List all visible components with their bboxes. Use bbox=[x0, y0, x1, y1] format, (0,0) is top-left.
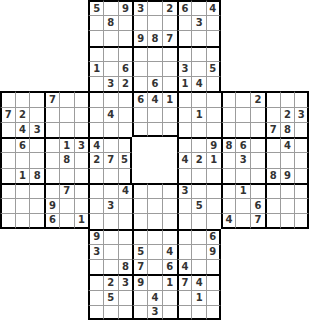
cell-r3-c7[interactable] bbox=[103, 46, 118, 61]
void-area bbox=[59, 30, 74, 45]
cell-r11-c2-given[interactable]: 8 bbox=[29, 168, 44, 183]
cell-r6-c8[interactable] bbox=[118, 91, 133, 106]
cell-r15-c13[interactable] bbox=[191, 229, 206, 244]
cell-r12-c19[interactable] bbox=[280, 183, 295, 198]
cell-r8-c16[interactable] bbox=[235, 122, 250, 137]
cell-r20-c10-given[interactable]: 3 bbox=[147, 305, 162, 320]
cell-r8-c9[interactable] bbox=[132, 122, 147, 137]
cell-r5-c8-given[interactable]: 2 bbox=[118, 76, 133, 91]
cell-r8-c18-given[interactable]: 7 bbox=[265, 122, 280, 137]
cell-r7-c4[interactable] bbox=[59, 107, 74, 122]
cell-r12-c11[interactable] bbox=[162, 183, 177, 198]
cell-r9-c0[interactable] bbox=[0, 137, 15, 152]
cell-r19-c11[interactable] bbox=[162, 290, 177, 305]
cell-r16-c7[interactable] bbox=[103, 244, 118, 259]
cell-r10-c3[interactable] bbox=[44, 152, 59, 167]
cell-r13-c8[interactable] bbox=[118, 198, 133, 213]
cell-r9-c3[interactable] bbox=[44, 137, 59, 152]
cell-r2-c8[interactable] bbox=[118, 30, 133, 45]
cell-r14-c13[interactable] bbox=[191, 213, 206, 228]
cell-r17-c6[interactable] bbox=[88, 259, 103, 274]
cell-r10-c2[interactable] bbox=[29, 152, 44, 167]
cell-r7-c7-given[interactable]: 4 bbox=[103, 107, 118, 122]
cell-r1-c8[interactable] bbox=[118, 15, 133, 30]
cell-r10-c8-given[interactable]: 5 bbox=[118, 152, 133, 167]
cell-r8-c3[interactable] bbox=[44, 122, 59, 137]
cell-r10-c18[interactable] bbox=[265, 152, 280, 167]
cell-r6-c4[interactable] bbox=[59, 91, 74, 106]
cell-r16-c8[interactable] bbox=[118, 244, 133, 259]
cell-r2-c7[interactable] bbox=[103, 30, 118, 45]
cell-r11-c18-given[interactable]: 8 bbox=[265, 168, 280, 183]
cell-r2-c14[interactable] bbox=[206, 30, 221, 45]
cell-r7-c0-given[interactable]: 7 bbox=[0, 107, 15, 122]
cell-r5-c10-given[interactable]: 6 bbox=[147, 76, 162, 91]
cell-r2-c11-given[interactable]: 7 bbox=[162, 30, 177, 45]
void-area bbox=[74, 76, 89, 91]
cell-r8-c19-given[interactable]: 8 bbox=[280, 122, 295, 137]
cell-r13-c5[interactable] bbox=[74, 198, 89, 213]
cell-r8-c6[interactable] bbox=[88, 122, 103, 137]
cell-r13-c19[interactable] bbox=[280, 198, 295, 213]
cell-r14-c0[interactable] bbox=[0, 213, 15, 228]
cell-r0-c14-given[interactable]: 4 bbox=[206, 0, 221, 15]
cell-r5-c13-given[interactable]: 4 bbox=[191, 76, 206, 91]
cell-r13-c18[interactable] bbox=[265, 198, 280, 213]
cell-r10-c16-given[interactable]: 3 bbox=[235, 152, 250, 167]
cell-r9-c5-given[interactable]: 3 bbox=[74, 137, 89, 152]
cell-r0-c8-given[interactable]: 9 bbox=[118, 0, 133, 15]
cell-r10-c1[interactable] bbox=[15, 152, 30, 167]
cell-r12-c6[interactable] bbox=[88, 183, 103, 198]
cell-r2-c13[interactable] bbox=[191, 30, 206, 45]
cell-r1-c11[interactable] bbox=[162, 15, 177, 30]
cell-r7-c2[interactable] bbox=[29, 107, 44, 122]
cell-r6-c16[interactable] bbox=[235, 91, 250, 106]
cell-r20-c9[interactable] bbox=[132, 305, 147, 320]
cell-r18-c14[interactable] bbox=[206, 274, 221, 289]
cell-r10-c4-given[interactable]: 8 bbox=[59, 152, 74, 167]
cell-r0-c10[interactable] bbox=[147, 0, 162, 15]
cell-r1-c6[interactable] bbox=[88, 15, 103, 30]
void-area bbox=[0, 61, 15, 76]
cell-r9-c2[interactable] bbox=[29, 137, 44, 152]
cell-r7-c20-given[interactable]: 3 bbox=[294, 107, 309, 122]
cell-r8-c1-given[interactable]: 4 bbox=[15, 122, 30, 137]
cell-r17-c8-given[interactable]: 8 bbox=[118, 259, 133, 274]
cell-r11-c17[interactable] bbox=[250, 168, 265, 183]
cell-r17-c7[interactable] bbox=[103, 259, 118, 274]
cell-r0-c7[interactable] bbox=[103, 0, 118, 15]
cell-r20-c12[interactable] bbox=[177, 305, 192, 320]
cell-r12-c17[interactable] bbox=[250, 183, 265, 198]
cell-r9-c6-given[interactable]: 4 bbox=[88, 137, 103, 152]
void-area bbox=[221, 76, 236, 91]
cell-r14-c15-given[interactable]: 4 bbox=[221, 213, 236, 228]
cell-r3-c14[interactable] bbox=[206, 46, 221, 61]
cell-r8-c10[interactable] bbox=[147, 122, 162, 137]
cell-r4-c10[interactable] bbox=[147, 61, 162, 76]
cell-r14-c11[interactable] bbox=[162, 213, 177, 228]
cell-r4-c6-given[interactable]: 1 bbox=[88, 61, 103, 76]
cell-r12-c9[interactable] bbox=[132, 183, 147, 198]
cell-r6-c2[interactable] bbox=[29, 91, 44, 106]
cell-r6-c10-given[interactable]: 4 bbox=[147, 91, 162, 106]
cell-r14-c1[interactable] bbox=[15, 213, 30, 228]
cell-r7-c6[interactable] bbox=[88, 107, 103, 122]
cell-r11-c4[interactable] bbox=[59, 168, 74, 183]
cell-r6-c19[interactable] bbox=[280, 91, 295, 106]
cell-r8-c14[interactable] bbox=[206, 122, 221, 137]
cell-r7-c9[interactable] bbox=[132, 107, 147, 122]
cell-r15-c8[interactable] bbox=[118, 229, 133, 244]
cell-r11-c5[interactable] bbox=[74, 168, 89, 183]
cell-r14-c18[interactable] bbox=[265, 213, 280, 228]
cell-r5-c11[interactable] bbox=[162, 76, 177, 91]
cell-r1-c12[interactable] bbox=[177, 15, 192, 30]
cell-r10-c6-given[interactable]: 2 bbox=[88, 152, 103, 167]
cell-r13-c4[interactable] bbox=[59, 198, 74, 213]
cell-r1-c7-given[interactable]: 8 bbox=[103, 15, 118, 30]
cell-r16-c10[interactable] bbox=[147, 244, 162, 259]
cell-r7-c8[interactable] bbox=[118, 107, 133, 122]
cell-r19-c14[interactable] bbox=[206, 290, 221, 305]
cell-r16-c13[interactable] bbox=[191, 244, 206, 259]
cell-r11-c16[interactable] bbox=[235, 168, 250, 183]
cell-r6-c20[interactable] bbox=[294, 91, 309, 106]
cell-r8-c4[interactable] bbox=[59, 122, 74, 137]
cell-r15-c11[interactable] bbox=[162, 229, 177, 244]
cell-r12-c13[interactable] bbox=[191, 183, 206, 198]
cell-r14-c17-given[interactable]: 7 bbox=[250, 213, 265, 228]
cell-r20-c14[interactable] bbox=[206, 305, 221, 320]
cell-r7-c14[interactable] bbox=[206, 107, 221, 122]
cell-r16-c14-given[interactable]: 9 bbox=[206, 244, 221, 259]
cell-r9-c8[interactable] bbox=[118, 137, 133, 152]
cell-r4-c13[interactable] bbox=[191, 61, 206, 76]
cell-r17-c10[interactable] bbox=[147, 259, 162, 274]
cell-r11-c15[interactable] bbox=[221, 168, 236, 183]
cell-r19-c13-given[interactable]: 1 bbox=[191, 290, 206, 305]
cell-r0-c11-given[interactable]: 2 bbox=[162, 0, 177, 15]
cell-r6-c13[interactable] bbox=[191, 91, 206, 106]
cell-r19-c9[interactable] bbox=[132, 290, 147, 305]
cell-r10-c7-given[interactable]: 7 bbox=[103, 152, 118, 167]
cell-r6-c11-given[interactable]: 1 bbox=[162, 91, 177, 106]
cell-r12-c7[interactable] bbox=[103, 183, 118, 198]
cell-r3-c11[interactable] bbox=[162, 46, 177, 61]
cell-r9-c4-given[interactable]: 1 bbox=[59, 137, 74, 152]
cell-r9-c18[interactable] bbox=[265, 137, 280, 152]
cell-r10-c0[interactable] bbox=[0, 152, 15, 167]
cell-r8-c17[interactable] bbox=[250, 122, 265, 137]
void-area bbox=[265, 259, 280, 274]
cell-r0-c12-given[interactable]: 6 bbox=[177, 0, 192, 15]
cell-r11-c7[interactable] bbox=[103, 168, 118, 183]
cell-r12-c5[interactable] bbox=[74, 183, 89, 198]
cell-r9-c17[interactable] bbox=[250, 137, 265, 152]
cell-r19-c8[interactable] bbox=[118, 290, 133, 305]
cell-r9-c1-given[interactable]: 6 bbox=[15, 137, 30, 152]
cell-r15-c6-given[interactable]: 9 bbox=[88, 229, 103, 244]
cell-r15-c14-given[interactable]: 6 bbox=[206, 229, 221, 244]
cell-r5-c14[interactable] bbox=[206, 76, 221, 91]
cell-r12-c14[interactable] bbox=[206, 183, 221, 198]
cell-r4-c7[interactable] bbox=[103, 61, 118, 76]
cell-r17-c9-given[interactable]: 7 bbox=[132, 259, 147, 274]
cell-r9-c12[interactable] bbox=[177, 137, 192, 152]
cell-r13-c11[interactable] bbox=[162, 198, 177, 213]
void-area bbox=[221, 244, 236, 259]
cell-r13-c9[interactable] bbox=[132, 198, 147, 213]
cell-r12-c15[interactable] bbox=[221, 183, 236, 198]
cell-r12-c4-given[interactable]: 7 bbox=[59, 183, 74, 198]
cell-r7-c3[interactable] bbox=[44, 107, 59, 122]
cell-r7-c5[interactable] bbox=[74, 107, 89, 122]
cell-r18-c12-given[interactable]: 7 bbox=[177, 274, 192, 289]
cell-r18-c11-given[interactable]: 1 bbox=[162, 274, 177, 289]
cell-r7-c1-given[interactable]: 2 bbox=[15, 107, 30, 122]
cell-r6-c0[interactable] bbox=[0, 91, 15, 106]
cell-r11-c1-given[interactable]: 1 bbox=[15, 168, 30, 183]
cell-r18-c8-given[interactable]: 3 bbox=[118, 274, 133, 289]
cell-r9-c19-given[interactable]: 4 bbox=[280, 137, 295, 152]
cell-r17-c11-given[interactable]: 6 bbox=[162, 259, 177, 274]
cell-r14-c19[interactable] bbox=[280, 213, 295, 228]
cell-r11-c6[interactable] bbox=[88, 168, 103, 183]
cell-r2-c10-given[interactable]: 8 bbox=[147, 30, 162, 45]
cell-r6-c9-given[interactable]: 6 bbox=[132, 91, 147, 106]
cell-r14-c6[interactable] bbox=[88, 213, 103, 228]
cell-r14-c3-given[interactable]: 6 bbox=[44, 213, 59, 228]
cell-r13-c20[interactable] bbox=[294, 198, 309, 213]
cell-r11-c0[interactable] bbox=[0, 168, 15, 183]
cell-r8-c12[interactable] bbox=[177, 122, 192, 137]
cell-r7-c10[interactable] bbox=[147, 107, 162, 122]
cell-r12-c18[interactable] bbox=[265, 183, 280, 198]
cell-r15-c7[interactable] bbox=[103, 229, 118, 244]
cell-r10-c12-given[interactable]: 4 bbox=[177, 152, 192, 167]
cell-r14-c7[interactable] bbox=[103, 213, 118, 228]
cell-r8-c5[interactable] bbox=[74, 122, 89, 137]
cell-r18-c13-given[interactable]: 4 bbox=[191, 274, 206, 289]
cell-r10-c5[interactable] bbox=[74, 152, 89, 167]
cell-r17-c14[interactable] bbox=[206, 259, 221, 274]
void-area bbox=[294, 290, 309, 305]
cell-r1-c9[interactable] bbox=[132, 15, 147, 30]
cell-r5-c12-given[interactable]: 1 bbox=[177, 76, 192, 91]
cell-r6-c3-given[interactable]: 7 bbox=[44, 91, 59, 106]
cell-r9-c13[interactable] bbox=[191, 137, 206, 152]
cell-r18-c9-given[interactable]: 9 bbox=[132, 274, 147, 289]
cell-r9-c14-given[interactable]: 9 bbox=[206, 137, 221, 152]
cell-r10-c17[interactable] bbox=[250, 152, 265, 167]
cell-r9-c20[interactable] bbox=[294, 137, 309, 152]
cell-r14-c2[interactable] bbox=[29, 213, 44, 228]
cell-r14-c20[interactable] bbox=[294, 213, 309, 228]
cell-r8-c13[interactable] bbox=[191, 122, 206, 137]
void-area bbox=[235, 61, 250, 76]
cell-r8-c0[interactable] bbox=[0, 122, 15, 137]
cell-r20-c6[interactable] bbox=[88, 305, 103, 320]
cell-r13-c14[interactable] bbox=[206, 198, 221, 213]
cell-r13-c2[interactable] bbox=[29, 198, 44, 213]
cell-r7-c13-given[interactable]: 1 bbox=[191, 107, 206, 122]
cell-r4-c11[interactable] bbox=[162, 61, 177, 76]
cell-r1-c14[interactable] bbox=[206, 15, 221, 30]
cell-r13-c12[interactable] bbox=[177, 198, 192, 213]
cell-r14-c4[interactable] bbox=[59, 213, 74, 228]
cell-r12-c20[interactable] bbox=[294, 183, 309, 198]
cell-r3-c10[interactable] bbox=[147, 46, 162, 61]
cell-r15-c10[interactable] bbox=[147, 229, 162, 244]
cell-r14-c12[interactable] bbox=[177, 213, 192, 228]
cell-r4-c8-given[interactable]: 6 bbox=[118, 61, 133, 76]
cell-r17-c13[interactable] bbox=[191, 259, 206, 274]
cell-r10-c13-given[interactable]: 2 bbox=[191, 152, 206, 167]
cell-r12-c8-given[interactable]: 4 bbox=[118, 183, 133, 198]
cell-r13-c7-given[interactable]: 3 bbox=[103, 198, 118, 213]
cell-r12-c3[interactable] bbox=[44, 183, 59, 198]
cell-r9-c16-given[interactable]: 6 bbox=[235, 137, 250, 152]
cell-r11-c13[interactable] bbox=[191, 168, 206, 183]
cell-r7-c19-given[interactable]: 2 bbox=[280, 107, 295, 122]
cell-r7-c16[interactable] bbox=[235, 107, 250, 122]
cell-r8-c15[interactable] bbox=[221, 122, 236, 137]
cell-r12-c10[interactable] bbox=[147, 183, 162, 198]
cell-r13-c3-given[interactable]: 9 bbox=[44, 198, 59, 213]
cell-r13-c16[interactable] bbox=[235, 198, 250, 213]
cell-r3-c8[interactable] bbox=[118, 46, 133, 61]
cell-r8-c20[interactable] bbox=[294, 122, 309, 137]
cell-r9-c7[interactable] bbox=[103, 137, 118, 152]
cell-r17-c12-given[interactable]: 4 bbox=[177, 259, 192, 274]
cell-r6-c18[interactable] bbox=[265, 91, 280, 106]
cell-r11-c12[interactable] bbox=[177, 168, 192, 183]
cell-r18-c10[interactable] bbox=[147, 274, 162, 289]
cell-r16-c12[interactable] bbox=[177, 244, 192, 259]
cell-r20-c7[interactable] bbox=[103, 305, 118, 320]
cell-r4-c14-given[interactable]: 5 bbox=[206, 61, 221, 76]
cell-r13-c10[interactable] bbox=[147, 198, 162, 213]
cell-r11-c20[interactable] bbox=[294, 168, 309, 183]
cell-r0-c9-given[interactable]: 3 bbox=[132, 0, 147, 15]
cell-r12-c12-given[interactable]: 3 bbox=[177, 183, 192, 198]
cell-r8-c7[interactable] bbox=[103, 122, 118, 137]
void-area bbox=[15, 290, 30, 305]
void-area bbox=[0, 30, 15, 45]
cell-r6-c17-given[interactable]: 2 bbox=[250, 91, 265, 106]
cell-r10-c14-given[interactable]: 1 bbox=[206, 152, 221, 167]
cell-r10-c19[interactable] bbox=[280, 152, 295, 167]
cell-r1-c13-given[interactable]: 3 bbox=[191, 15, 206, 30]
cell-r10-c20[interactable] bbox=[294, 152, 309, 167]
cell-r16-c9-given[interactable]: 5 bbox=[132, 244, 147, 259]
cell-r11-c3[interactable] bbox=[44, 168, 59, 183]
cell-r19-c6[interactable] bbox=[88, 290, 103, 305]
cell-r20-c8[interactable] bbox=[118, 305, 133, 320]
cell-r12-c16-given[interactable]: 1 bbox=[235, 183, 250, 198]
cell-r16-c11-given[interactable]: 4 bbox=[162, 244, 177, 259]
cell-r7-c12[interactable] bbox=[177, 107, 192, 122]
cell-r3-c12[interactable] bbox=[177, 46, 192, 61]
cell-r6-c7[interactable] bbox=[103, 91, 118, 106]
cell-r0-c6-given[interactable]: 5 bbox=[88, 0, 103, 15]
cell-r13-c0[interactable] bbox=[0, 198, 15, 213]
cell-r19-c10-given[interactable]: 4 bbox=[147, 290, 162, 305]
cell-r7-c18[interactable] bbox=[265, 107, 280, 122]
cell-r7-c11[interactable] bbox=[162, 107, 177, 122]
cell-r6-c1[interactable] bbox=[15, 91, 30, 106]
cell-r15-c9[interactable] bbox=[132, 229, 147, 244]
cell-r3-c9[interactable] bbox=[132, 46, 147, 61]
cell-r6-c12[interactable] bbox=[177, 91, 192, 106]
cell-r6-c6[interactable] bbox=[88, 91, 103, 106]
cell-r10-c15[interactable] bbox=[221, 152, 236, 167]
cell-r14-c8[interactable] bbox=[118, 213, 133, 228]
cell-r3-c6[interactable] bbox=[88, 46, 103, 61]
cell-r12-c1[interactable] bbox=[15, 183, 30, 198]
cell-r8-c2-given[interactable]: 3 bbox=[29, 122, 44, 137]
void-area bbox=[44, 290, 59, 305]
cell-r8-c11[interactable] bbox=[162, 122, 177, 137]
cell-r20-c11[interactable] bbox=[162, 305, 177, 320]
cell-r16-c6-given[interactable]: 3 bbox=[88, 244, 103, 259]
cell-r19-c7-given[interactable]: 5 bbox=[103, 290, 118, 305]
cell-r13-c1[interactable] bbox=[15, 198, 30, 213]
cell-r5-c6[interactable] bbox=[88, 76, 103, 91]
cell-r2-c6[interactable] bbox=[88, 30, 103, 45]
cell-r7-c17[interactable] bbox=[250, 107, 265, 122]
cell-r14-c9[interactable] bbox=[132, 213, 147, 228]
cell-r20-c13[interactable] bbox=[191, 305, 206, 320]
cell-r15-c12[interactable] bbox=[177, 229, 192, 244]
cell-r19-c12[interactable] bbox=[177, 290, 192, 305]
cell-r13-c15[interactable] bbox=[221, 198, 236, 213]
cell-r12-c2[interactable] bbox=[29, 183, 44, 198]
cell-r18-c7-given[interactable]: 2 bbox=[103, 274, 118, 289]
cell-r14-c16[interactable] bbox=[235, 213, 250, 228]
cell-r6-c14[interactable] bbox=[206, 91, 221, 106]
cell-r2-c12[interactable] bbox=[177, 30, 192, 45]
cell-r18-c6[interactable] bbox=[88, 274, 103, 289]
cell-r14-c5-given[interactable]: 1 bbox=[74, 213, 89, 228]
cell-r13-c17-given[interactable]: 6 bbox=[250, 198, 265, 213]
cell-r12-c0[interactable] bbox=[0, 183, 15, 198]
cell-r4-c12-given[interactable]: 3 bbox=[177, 61, 192, 76]
cell-r6-c15[interactable] bbox=[221, 91, 236, 106]
cell-r7-c15[interactable] bbox=[221, 107, 236, 122]
cell-r14-c10[interactable] bbox=[147, 213, 162, 228]
cell-r11-c14[interactable] bbox=[206, 168, 221, 183]
cell-r14-c14[interactable] bbox=[206, 213, 221, 228]
cell-r0-c13[interactable] bbox=[191, 0, 206, 15]
cell-r8-c8[interactable] bbox=[118, 122, 133, 137]
cell-r13-c13-given[interactable]: 5 bbox=[191, 198, 206, 213]
cell-r11-c8[interactable] bbox=[118, 168, 133, 183]
cell-r2-c9-given[interactable]: 9 bbox=[132, 30, 147, 45]
void-area bbox=[44, 15, 59, 30]
cell-r13-c6[interactable] bbox=[88, 198, 103, 213]
cell-r9-c15-given[interactable]: 8 bbox=[221, 137, 236, 152]
cell-r5-c9[interactable] bbox=[132, 76, 147, 91]
cell-r6-c5[interactable] bbox=[74, 91, 89, 106]
cell-r3-c13[interactable] bbox=[191, 46, 206, 61]
cell-r4-c9[interactable] bbox=[132, 61, 147, 76]
cell-r11-c19-given[interactable]: 9 bbox=[280, 168, 295, 183]
cell-r5-c7-given[interactable]: 3 bbox=[103, 76, 118, 91]
cell-r1-c10[interactable] bbox=[147, 15, 162, 30]
